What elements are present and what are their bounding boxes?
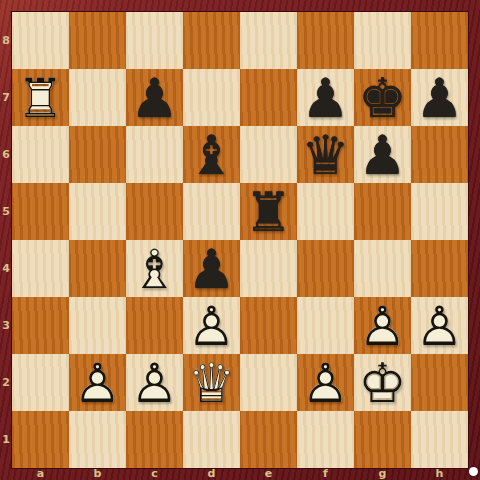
square-a6[interactable] xyxy=(12,126,69,183)
king-glyph: ♚ xyxy=(354,70,411,127)
square-f5[interactable] xyxy=(297,183,354,240)
square-f2[interactable]: ♟♙ xyxy=(297,354,354,411)
file-label-b: b xyxy=(69,467,126,480)
black-rook-e5[interactable]: ♜ xyxy=(240,183,297,240)
rank-label-4: 4 xyxy=(0,240,12,297)
square-f4[interactable] xyxy=(297,240,354,297)
pawn-outline-glyph: ♙ xyxy=(411,298,468,355)
square-d6[interactable]: ♝ xyxy=(183,126,240,183)
black-bishop-d6[interactable]: ♝ xyxy=(183,126,240,183)
square-d4[interactable]: ♟ xyxy=(183,240,240,297)
square-h4[interactable] xyxy=(411,240,468,297)
rank-label-8: 8 xyxy=(0,12,12,69)
rank-label-5: 5 xyxy=(0,183,12,240)
square-c3[interactable] xyxy=(126,297,183,354)
square-e8[interactable] xyxy=(240,12,297,69)
square-b7[interactable] xyxy=(69,69,126,126)
square-d2[interactable]: ♛♕ xyxy=(183,354,240,411)
white-to-move-indicator xyxy=(469,467,478,476)
black-pawn-g6[interactable]: ♟ xyxy=(354,126,411,183)
square-a3[interactable] xyxy=(12,297,69,354)
square-g3[interactable]: ♟♙ xyxy=(354,297,411,354)
file-label-a: a xyxy=(12,467,69,480)
black-pawn-h7[interactable]: ♟ xyxy=(411,69,468,126)
square-h7[interactable]: ♟ xyxy=(411,69,468,126)
black-queen-f6[interactable]: ♛ xyxy=(297,126,354,183)
square-c5[interactable] xyxy=(126,183,183,240)
pawn-outline-glyph: ♙ xyxy=(354,298,411,355)
square-b3[interactable] xyxy=(69,297,126,354)
white-pawn-c2[interactable]: ♟♙ xyxy=(126,354,183,411)
white-pawn-f2[interactable]: ♟♙ xyxy=(297,354,354,411)
pawn-outline-glyph: ♙ xyxy=(126,355,183,412)
chess-board: ♜♖♟♟♚♟♝♛♟♜♝♗♟♟♙♟♙♟♙♟♙♟♙♛♕♟♙♚♔ xyxy=(12,12,468,468)
square-h6[interactable] xyxy=(411,126,468,183)
white-pawn-h3[interactable]: ♟♙ xyxy=(411,297,468,354)
rank-label-1: 1 xyxy=(0,411,12,468)
square-c1[interactable] xyxy=(126,411,183,468)
square-g4[interactable] xyxy=(354,240,411,297)
square-e6[interactable] xyxy=(240,126,297,183)
square-c6[interactable] xyxy=(126,126,183,183)
black-king-g7[interactable]: ♚ xyxy=(354,69,411,126)
square-a2[interactable] xyxy=(12,354,69,411)
square-e5[interactable]: ♜ xyxy=(240,183,297,240)
file-label-c: c xyxy=(126,467,183,480)
square-g1[interactable] xyxy=(354,411,411,468)
queen-glyph: ♛ xyxy=(297,127,354,184)
square-g5[interactable] xyxy=(354,183,411,240)
white-king-g2[interactable]: ♚♔ xyxy=(354,354,411,411)
square-a4[interactable] xyxy=(12,240,69,297)
square-f3[interactable] xyxy=(297,297,354,354)
rook-outline-glyph: ♖ xyxy=(12,70,69,127)
square-d8[interactable] xyxy=(183,12,240,69)
pawn-glyph: ♟ xyxy=(354,127,411,184)
square-b1[interactable] xyxy=(69,411,126,468)
white-rook-a7[interactable]: ♜♖ xyxy=(12,69,69,126)
square-b2[interactable]: ♟♙ xyxy=(69,354,126,411)
square-a8[interactable] xyxy=(12,12,69,69)
file-label-h: h xyxy=(411,467,468,480)
square-a1[interactable] xyxy=(12,411,69,468)
square-c2[interactable]: ♟♙ xyxy=(126,354,183,411)
square-b8[interactable] xyxy=(69,12,126,69)
square-b4[interactable] xyxy=(69,240,126,297)
square-a7[interactable]: ♜♖ xyxy=(12,69,69,126)
white-pawn-d3[interactable]: ♟♙ xyxy=(183,297,240,354)
pawn-glyph: ♟ xyxy=(126,70,183,127)
file-label-d: d xyxy=(183,467,240,480)
square-d7[interactable] xyxy=(183,69,240,126)
rank-label-3: 3 xyxy=(0,297,12,354)
square-h1[interactable] xyxy=(411,411,468,468)
pawn-outline-glyph: ♙ xyxy=(297,355,354,412)
square-g2[interactable]: ♚♔ xyxy=(354,354,411,411)
square-h5[interactable] xyxy=(411,183,468,240)
square-f1[interactable] xyxy=(297,411,354,468)
square-g7[interactable]: ♚ xyxy=(354,69,411,126)
square-e3[interactable] xyxy=(240,297,297,354)
queen-outline-glyph: ♕ xyxy=(183,355,240,412)
square-f7[interactable]: ♟ xyxy=(297,69,354,126)
white-pawn-b2[interactable]: ♟♙ xyxy=(69,354,126,411)
square-e1[interactable] xyxy=(240,411,297,468)
square-e2[interactable] xyxy=(240,354,297,411)
pawn-glyph: ♟ xyxy=(411,70,468,127)
square-a5[interactable] xyxy=(12,183,69,240)
rank-label-6: 6 xyxy=(0,126,12,183)
pawn-outline-glyph: ♙ xyxy=(183,298,240,355)
square-d1[interactable] xyxy=(183,411,240,468)
file-label-e: e xyxy=(240,467,297,480)
rook-glyph: ♜ xyxy=(240,184,297,241)
square-c8[interactable] xyxy=(126,12,183,69)
square-h2[interactable] xyxy=(411,354,468,411)
white-bishop-c4[interactable]: ♝♗ xyxy=(126,240,183,297)
bishop-outline-glyph: ♗ xyxy=(126,241,183,298)
rank-label-2: 2 xyxy=(0,354,12,411)
bishop-glyph: ♝ xyxy=(183,127,240,184)
rank-label-7: 7 xyxy=(0,69,12,126)
square-c4[interactable]: ♝♗ xyxy=(126,240,183,297)
chess-board-frame: ♜♖♟♟♚♟♝♛♟♜♝♗♟♟♙♟♙♟♙♟♙♟♙♛♕♟♙♚♔ 87654321ab… xyxy=(0,0,480,480)
white-pawn-g3[interactable]: ♟♙ xyxy=(354,297,411,354)
square-h3[interactable]: ♟♙ xyxy=(411,297,468,354)
square-c7[interactable]: ♟ xyxy=(126,69,183,126)
file-label-g: g xyxy=(354,467,411,480)
square-f8[interactable] xyxy=(297,12,354,69)
white-queen-d2[interactable]: ♛♕ xyxy=(183,354,240,411)
square-d5[interactable] xyxy=(183,183,240,240)
square-g6[interactable]: ♟ xyxy=(354,126,411,183)
king-outline-glyph: ♔ xyxy=(354,355,411,412)
black-pawn-c7[interactable]: ♟ xyxy=(126,69,183,126)
black-pawn-f7[interactable]: ♟ xyxy=(297,69,354,126)
file-label-f: f xyxy=(297,467,354,480)
square-b6[interactable] xyxy=(69,126,126,183)
square-h8[interactable] xyxy=(411,12,468,69)
pawn-glyph: ♟ xyxy=(297,70,354,127)
square-g8[interactable] xyxy=(354,12,411,69)
square-b5[interactable] xyxy=(69,183,126,240)
pawn-glyph: ♟ xyxy=(183,241,240,298)
square-d3[interactable]: ♟♙ xyxy=(183,297,240,354)
square-e4[interactable] xyxy=(240,240,297,297)
pawn-outline-glyph: ♙ xyxy=(69,355,126,412)
square-f6[interactable]: ♛ xyxy=(297,126,354,183)
square-e7[interactable] xyxy=(240,69,297,126)
black-pawn-d4[interactable]: ♟ xyxy=(183,240,240,297)
